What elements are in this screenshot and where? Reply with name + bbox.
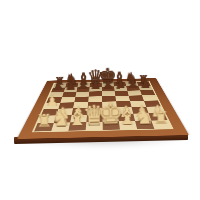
square-a2: [38, 115, 57, 123]
squares-grid: [32, 81, 174, 133]
square-f1: [119, 121, 137, 130]
square-c1: [68, 122, 86, 131]
square-b1: [51, 122, 70, 131]
square-d1: [86, 122, 103, 131]
board-frame: ♜♞♝♛♚♝♞♜♟♟♟♟♟♟♟♟♟♟♟♟♟♟♟♟♜♞♝♛♚♝♞♜: [17, 78, 189, 139]
photo-background: ♜♞♝♛♚♝♞♜♟♟♟♟♟♟♟♟♟♟♟♟♟♟♟♟♜♞♝♛♚♝♞♜: [0, 0, 200, 200]
square-e1: [103, 121, 120, 130]
piece-black-rook-h8: ♜: [128, 57, 158, 84]
chess-board: ♜♞♝♛♚♝♞♜♟♟♟♟♟♟♟♟♟♟♟♟♟♟♟♟♜♞♝♛♚♝♞♜: [13, 0, 189, 139]
piece-black-king-e8: ♚: [93, 58, 123, 85]
piece-black-knight-b8: ♞: [57, 58, 87, 85]
square-h1: [151, 120, 171, 129]
